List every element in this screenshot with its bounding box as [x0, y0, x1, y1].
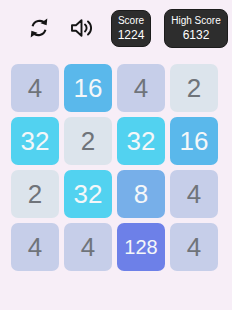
tile-r3c3: 8 [117, 170, 165, 218]
tile-r1c4: 2 [170, 64, 218, 112]
score-value: 1224 [118, 28, 145, 43]
board[interactable]: 41642322321623284441284 [11, 64, 218, 271]
high-score-label: High Score [171, 14, 220, 28]
tile-r4c2: 4 [64, 223, 112, 271]
tile-r2c1: 32 [11, 117, 59, 165]
high-score-badge: High Score 6132 [164, 9, 228, 48]
tile-r3c2: 32 [64, 170, 112, 218]
score-badge: Score 1224 [111, 10, 151, 47]
refresh-icon [27, 15, 51, 41]
tile-r3c1: 2 [11, 170, 59, 218]
tile-r1c1: 4 [11, 64, 59, 112]
speaker-icon [68, 15, 95, 41]
tile-r2c2: 2 [64, 117, 112, 165]
tile-r2c3: 32 [117, 117, 165, 165]
tile-r4c3: 128 [117, 223, 165, 271]
restart-button[interactable] [27, 15, 51, 41]
tile-r4c1: 4 [11, 223, 59, 271]
sound-button[interactable] [68, 15, 95, 41]
score-label: Score [118, 14, 144, 28]
tile-r1c3: 4 [117, 64, 165, 112]
high-score-value: 6132 [183, 28, 210, 43]
tile-r3c4: 4 [170, 170, 218, 218]
tile-r1c2: 16 [64, 64, 112, 112]
tile-r2c4: 16 [170, 117, 218, 165]
top-bar: Score 1224 High Score 6132 [0, 0, 232, 56]
tile-r4c4: 4 [170, 223, 218, 271]
